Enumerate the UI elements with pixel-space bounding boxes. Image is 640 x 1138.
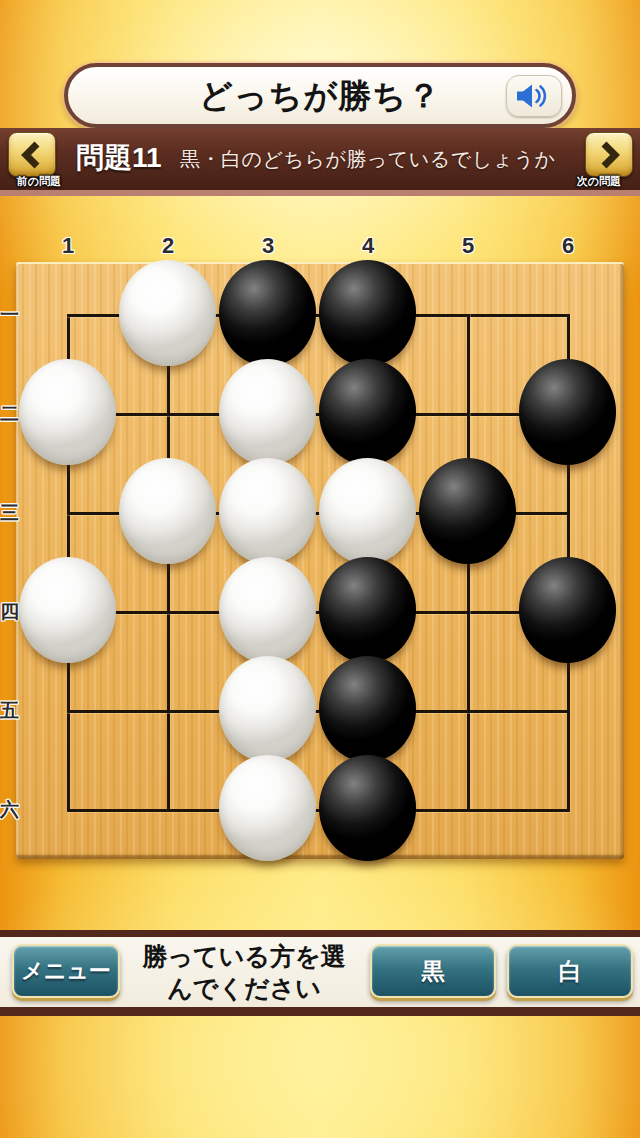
problem-number: 問題11 <box>76 128 162 190</box>
sound-button[interactable] <box>506 75 562 117</box>
stone-black <box>319 755 416 861</box>
chevron-left-icon <box>19 140 45 170</box>
stone-black <box>419 458 516 564</box>
stone-white <box>19 359 116 465</box>
stone-white <box>219 656 316 762</box>
stone-black <box>519 359 616 465</box>
column-label: 2 <box>148 233 188 259</box>
next-problem-label: 次の問題 <box>558 174 640 189</box>
bottom-bar: メニュー 勝っている方を選 んでください 黒 白 <box>0 930 640 1016</box>
column-label: 4 <box>348 233 388 259</box>
row-label: 四 <box>0 599 16 625</box>
speaker-icon <box>515 82 553 110</box>
stone-black <box>219 260 316 366</box>
row-label: 二 <box>0 401 16 427</box>
stone-white <box>219 458 316 564</box>
problem-bar: 前の問題 問題11 黒・白のどちらが勝っているでしょうか 次の問題 <box>0 128 640 196</box>
app-title: どっちが勝ち？ <box>68 67 502 124</box>
row-label: 一 <box>0 302 16 328</box>
stone-white <box>219 755 316 861</box>
stone-black <box>519 557 616 663</box>
stone-white <box>119 260 216 366</box>
prev-problem-label: 前の問題 <box>0 174 78 189</box>
chevron-right-icon <box>596 140 622 170</box>
go-board <box>16 262 624 859</box>
row-label: 三 <box>0 500 16 526</box>
instruction-text: 勝っている方を選 んでください <box>124 940 364 1004</box>
menu-button[interactable]: メニュー <box>12 944 120 998</box>
stone-white <box>319 458 416 564</box>
stone-white <box>19 557 116 663</box>
next-problem-button[interactable] <box>585 132 633 177</box>
stone-black <box>319 359 416 465</box>
stone-white <box>119 458 216 564</box>
instruction-line2: んでください <box>167 974 321 1002</box>
stone-black <box>319 557 416 663</box>
stone-white <box>219 557 316 663</box>
column-label: 6 <box>548 233 588 259</box>
instruction-line1: 勝っている方を選 <box>143 942 346 970</box>
answer-black-button[interactable]: 黒 <box>370 944 496 998</box>
column-label: 1 <box>48 233 88 259</box>
problem-question: 黒・白のどちらが勝っているでしょうか <box>180 128 556 190</box>
row-label: 六 <box>0 797 16 823</box>
stone-white <box>219 359 316 465</box>
title-bar: どっちが勝ち？ <box>64 63 576 128</box>
stone-black <box>319 260 416 366</box>
column-label: 5 <box>448 233 488 259</box>
prev-problem-button[interactable] <box>8 132 56 177</box>
app-screen: どっちが勝ち？ 前の問題 問題11 黒・白のどちらが勝っているでしょうか 次の問… <box>0 0 640 1138</box>
row-label: 五 <box>0 698 16 724</box>
column-label: 3 <box>248 233 288 259</box>
stone-black <box>319 656 416 762</box>
answer-white-button[interactable]: 白 <box>507 944 633 998</box>
